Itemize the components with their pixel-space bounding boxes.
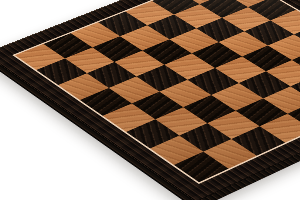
playing-field xyxy=(12,0,300,184)
photo-scene xyxy=(0,0,300,200)
product-photo xyxy=(0,0,300,200)
